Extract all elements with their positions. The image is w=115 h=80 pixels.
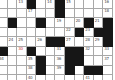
cell-r3c4[interactable] xyxy=(36,28,46,38)
crossword-thumbnail: 1314151617181920212223242526272829303132… xyxy=(0,0,115,80)
cell-r8c5[interactable] xyxy=(46,75,56,80)
cell-r3c5[interactable] xyxy=(46,28,56,38)
cell-r6c5[interactable] xyxy=(46,56,56,66)
cell-r4c10[interactable]: 29 xyxy=(94,37,104,47)
cell-r1c1[interactable] xyxy=(8,9,18,19)
block-cell-r3c8 xyxy=(75,28,85,38)
block-cell-r1c6 xyxy=(55,9,65,19)
cell-r0c10[interactable] xyxy=(94,0,104,9)
cell-r6c3[interactable]: 35 xyxy=(27,56,37,66)
cell-r2c2[interactable] xyxy=(17,18,27,28)
clue-number: 13 xyxy=(18,0,23,4)
cell-r7c5[interactable] xyxy=(46,66,56,76)
cell-r0c0[interactable] xyxy=(0,0,8,9)
cell-r5c6[interactable]: 31 xyxy=(55,47,65,57)
clue-number: 27 xyxy=(66,38,71,42)
block-cell-r4c6 xyxy=(55,37,65,47)
block-cell-r5c3 xyxy=(27,47,37,57)
cell-r4c7[interactable]: 27 xyxy=(65,37,75,47)
clue-number: 35 xyxy=(28,57,33,61)
block-cell-r0c3 xyxy=(27,0,37,9)
cell-r4c4[interactable]: 26 xyxy=(36,37,46,47)
clue-number: 38 xyxy=(28,66,33,70)
cell-r6c11[interactable]: 37 xyxy=(103,56,113,66)
cell-r3c9[interactable]: 23 xyxy=(84,28,94,38)
cell-r5c2[interactable]: 30 xyxy=(17,47,27,57)
clue-number: 15 xyxy=(66,0,71,4)
clue-number: 37 xyxy=(104,57,109,61)
cell-r8c3[interactable]: 40 xyxy=(27,75,37,80)
block-cell-r6c8 xyxy=(75,56,85,66)
cell-r1c5[interactable] xyxy=(46,9,56,19)
cell-r5c9[interactable]: 32 xyxy=(84,47,94,57)
cell-r1c3[interactable]: 17 xyxy=(27,9,37,19)
cell-r0c11[interactable]: 16 xyxy=(103,0,113,9)
clue-number: 33 xyxy=(104,47,109,51)
clue-number: 34 xyxy=(0,57,4,61)
cell-r2c7[interactable] xyxy=(65,18,75,28)
cell-r8c4[interactable] xyxy=(36,75,46,80)
cell-r0c2[interactable]: 13 xyxy=(17,0,27,9)
cell-r2c0[interactable] xyxy=(0,18,8,28)
block-cell-r6c7 xyxy=(65,56,75,66)
cell-r7c3[interactable]: 38 xyxy=(27,66,37,76)
block-cell-r7c9 xyxy=(84,66,94,76)
cell-r4c0[interactable] xyxy=(0,37,8,47)
cell-r4c3[interactable] xyxy=(27,37,37,47)
block-cell-r7c7 xyxy=(65,66,75,76)
cell-r6c2[interactable] xyxy=(17,56,27,66)
cell-r0c1[interactable] xyxy=(8,0,18,9)
block-cell-r5c0 xyxy=(0,47,8,57)
cell-r4c9[interactable]: 28 xyxy=(84,37,94,47)
cell-r8c8[interactable] xyxy=(75,75,85,80)
cell-r6c1[interactable] xyxy=(8,56,18,66)
cell-r4c1[interactable]: 24 xyxy=(8,37,18,47)
cell-r2c3[interactable] xyxy=(27,18,37,28)
clue-number: 21 xyxy=(95,19,100,23)
cell-r6c0[interactable]: 34 xyxy=(0,56,8,66)
cell-r5c10[interactable] xyxy=(94,47,104,57)
cell-r8c10[interactable] xyxy=(94,75,104,80)
cell-r2c10[interactable]: 21 xyxy=(94,18,104,28)
cell-r7c2[interactable] xyxy=(17,66,27,76)
cell-r8c1[interactable] xyxy=(8,75,18,80)
clue-number: 19 xyxy=(56,19,61,23)
cell-r8c0[interactable] xyxy=(0,75,8,80)
clue-number: 31 xyxy=(56,47,61,51)
cell-r3c3[interactable] xyxy=(27,28,37,38)
cell-r5c11[interactable]: 33 xyxy=(103,47,113,57)
cell-r4c2[interactable]: 25 xyxy=(17,37,27,47)
cell-r6c9[interactable] xyxy=(84,56,94,66)
block-cell-r2c9 xyxy=(84,18,94,28)
cell-r7c8[interactable] xyxy=(75,66,85,76)
clue-number: 14 xyxy=(47,0,52,4)
cell-r1c4[interactable] xyxy=(36,9,46,19)
clue-number: 29 xyxy=(95,38,100,42)
clue-number: 16 xyxy=(104,0,109,4)
clue-number: 39 xyxy=(56,66,61,70)
block-cell-r5c7 xyxy=(65,47,75,57)
cell-r4c8[interactable] xyxy=(75,37,85,47)
cell-r5c4[interactable] xyxy=(36,47,46,57)
block-cell-r2c4 xyxy=(36,18,46,28)
cell-r7c0[interactable] xyxy=(0,66,8,76)
block-cell-r4c5 xyxy=(46,37,56,47)
clue-number: 22 xyxy=(66,28,71,32)
cell-r8c9[interactable]: 41 xyxy=(84,75,94,80)
clue-number: 24 xyxy=(9,38,14,42)
clue-number-highlighted: 30 xyxy=(18,47,23,51)
cell-r0c5[interactable]: 14 xyxy=(46,0,56,9)
clue-number: 40 xyxy=(28,76,33,80)
cell-r3c1[interactable] xyxy=(8,28,18,38)
cell-r1c0[interactable] xyxy=(0,9,8,19)
cell-r8c7[interactable] xyxy=(65,75,75,80)
cell-r2c5[interactable] xyxy=(46,18,56,28)
cell-r7c11[interactable] xyxy=(103,66,113,76)
cell-r5c5[interactable] xyxy=(46,47,56,57)
clue-number: 41 xyxy=(85,76,90,80)
clue-number: 23 xyxy=(85,28,90,32)
cell-r8c6[interactable] xyxy=(55,75,65,80)
cell-r1c7[interactable] xyxy=(65,9,75,19)
cell-r3c0[interactable] xyxy=(0,28,8,38)
cell-r2c6[interactable]: 19 xyxy=(55,18,65,28)
block-cell-r4c11 xyxy=(103,37,113,47)
block-cell-r5c8 xyxy=(75,47,85,57)
cell-r0c7[interactable]: 15 xyxy=(65,0,75,9)
cell-r1c9[interactable] xyxy=(84,9,94,19)
clue-number: 36 xyxy=(56,57,61,61)
block-cell-r2c1 xyxy=(8,18,18,28)
cell-r0c8[interactable] xyxy=(75,0,85,9)
clue-number: 28 xyxy=(85,38,90,42)
clue-number: 26 xyxy=(37,38,42,42)
cell-r5c1[interactable] xyxy=(8,47,18,57)
cell-r1c2[interactable] xyxy=(17,9,27,19)
cell-r3c2[interactable] xyxy=(17,28,27,38)
crossword-grid: 1314151617181920212223242526272829303132… xyxy=(0,0,113,80)
block-cell-r7c4 xyxy=(36,66,46,76)
block-cell-r3c10 xyxy=(94,28,104,38)
cell-r7c6[interactable]: 39 xyxy=(55,66,65,76)
block-cell-r3c11 xyxy=(103,28,113,38)
cell-r8c11[interactable] xyxy=(103,75,113,80)
clue-number: 25 xyxy=(18,38,23,42)
block-cell-r7c10 xyxy=(94,66,104,76)
cell-r0c4[interactable] xyxy=(36,0,46,9)
cell-r1c10[interactable] xyxy=(94,9,104,19)
cell-r6c6[interactable]: 36 xyxy=(55,56,65,66)
cell-r1c11[interactable]: 18 xyxy=(103,9,113,19)
block-cell-r0c6 xyxy=(55,0,65,9)
clue-number: 32 xyxy=(85,47,90,51)
clue-number: 17 xyxy=(28,9,33,13)
block-cell-r6c4 xyxy=(36,56,46,66)
cell-r7c1[interactable] xyxy=(8,66,18,76)
cell-r1c8[interactable] xyxy=(75,9,85,19)
cell-r3c7[interactable]: 22 xyxy=(65,28,75,38)
clue-number: 18 xyxy=(104,9,109,13)
cell-r6c10[interactable] xyxy=(94,56,104,66)
cell-r2c8[interactable]: 20 xyxy=(75,18,85,28)
cell-r3c6[interactable] xyxy=(55,28,65,38)
clue-number: 20 xyxy=(76,19,81,23)
cell-r0c9[interactable] xyxy=(84,0,94,9)
cell-r8c2[interactable] xyxy=(17,75,27,80)
block-cell-r2c11 xyxy=(103,18,113,28)
